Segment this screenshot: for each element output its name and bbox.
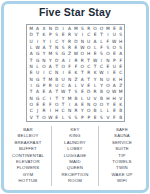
word-item: WIFI [117,178,127,184]
word-list: BARBELLBOYBREAKFASTBUFFETCONTINENTALELEV… [5,126,145,186]
word-list-column: SAFESAUNASERVICESUITETIPTOWELSTWINWAKE U… [98,126,145,186]
grid-cell: B [117,115,123,121]
word-item: ROOM [68,178,82,184]
word-search-page: Five Star Stay MAXNDIAMSROOMEBDTKPSERVIC… [0,0,150,194]
puzzle-title: Five Star Stay [0,6,150,18]
word-item: HOTTUB [19,178,38,184]
letter-grid-box: MAXNDIAMSROOMEBDTKPSERVICETIUSUIYICYRDNU… [26,24,125,122]
word-list-column: BARBELLBOYBREAKFASTBUFFETCONTINENTALELEV… [5,126,51,186]
word-list-column: KEYKINGLAUNDRYLOBBYLUGGAGEMAIDQUEENRECEP… [51,126,98,186]
letter-grid: MAXNDIAMSROOMEBDTKPSERVICETIUSUIYICYRDNU… [28,26,124,121]
